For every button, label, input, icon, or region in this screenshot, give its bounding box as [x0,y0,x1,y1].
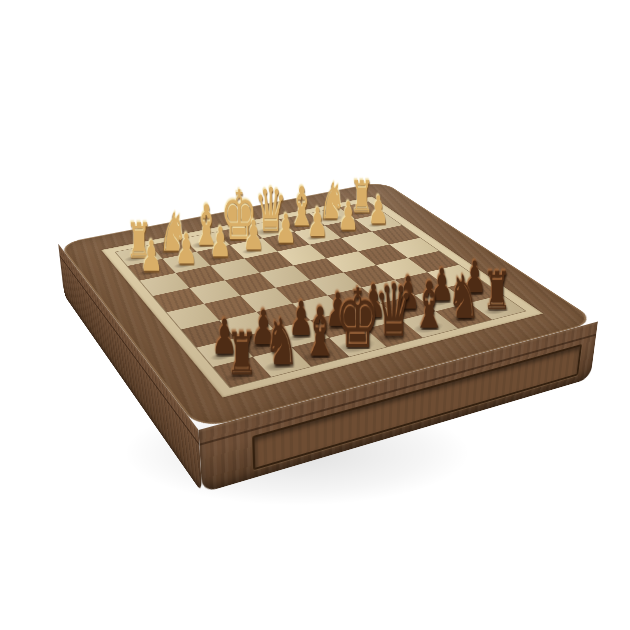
square-g4[interactable] [189,280,240,304]
square-h4[interactable] [153,288,204,312]
chess-set-scene: ♜♞♝♛♚♝♞♜♟♟♟♟♟♟♟♟♟♟♟♟♟♟♟♟♜♞♝♛♚♝♞♜ [0,0,630,630]
chess-board-box: ♜♞♝♛♚♝♞♜♟♟♟♟♟♟♟♟♟♟♟♟♟♟♟♟♜♞♝♛♚♝♞♜ [58,181,598,430]
